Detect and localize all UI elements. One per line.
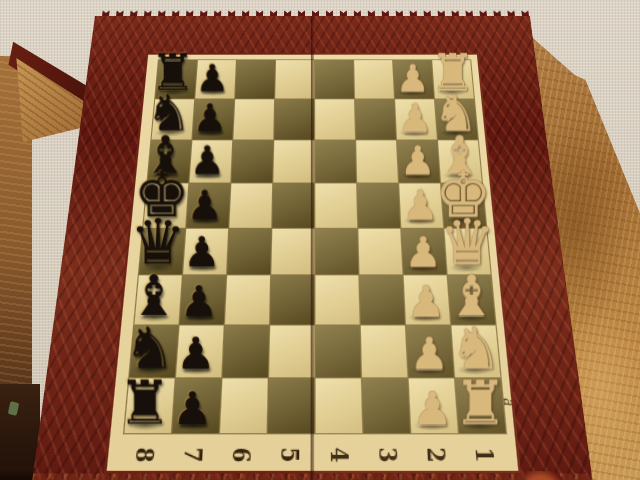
- black-pawn-glyph: ♟: [193, 100, 228, 136]
- piece-black-pawn-f7[interactable]: ♟: [186, 138, 230, 181]
- white-pawn-glyph: ♟: [398, 100, 433, 136]
- piece-white-pawn-f2[interactable]: ♟: [395, 138, 439, 181]
- piece-black-pawn-b7[interactable]: ♟: [173, 323, 222, 376]
- piece-black-rook-a8[interactable]: ♜: [121, 376, 173, 432]
- black-pawn-glyph: ♟: [190, 142, 226, 178]
- piece-white-pawn-b2[interactable]: ♟: [403, 323, 452, 376]
- piece-white-rook-a1[interactable]: ♜: [452, 376, 504, 432]
- white-rook-glyph: ♜: [453, 374, 507, 429]
- piece-black-pawn-c7[interactable]: ♟: [176, 273, 224, 323]
- black-pawn-glyph: ♟: [180, 282, 218, 321]
- piece-black-pawn-e7[interactable]: ♟: [183, 181, 228, 226]
- pieces-layer: ♜♟♟♜♞♟♟♞♝♟♟♝♚♟♟♚♛♟♟♛♝♟♟♝♞♟♟♞♜♟♟♜: [104, 53, 521, 473]
- white-pawn-glyph: ♟: [409, 333, 448, 373]
- piece-white-pawn-g2[interactable]: ♟: [393, 97, 436, 138]
- black-rook-glyph: ♜: [118, 374, 172, 429]
- piece-white-pawn-h2[interactable]: ♟: [391, 58, 433, 97]
- white-pawn-glyph: ♟: [404, 233, 441, 271]
- piece-white-pawn-a2[interactable]: ♟: [406, 376, 456, 432]
- white-pawn-glyph: ♟: [402, 187, 438, 224]
- piece-white-pawn-d2[interactable]: ♟: [399, 226, 445, 273]
- white-pawn-glyph: ♟: [412, 388, 453, 430]
- black-pawn-glyph: ♟: [172, 388, 213, 430]
- piece-black-pawn-a7[interactable]: ♟: [169, 376, 219, 432]
- white-pawn-glyph: ♟: [407, 282, 445, 321]
- piece-white-pawn-c2[interactable]: ♟: [401, 273, 449, 323]
- white-pawn-glyph: ♟: [395, 60, 429, 95]
- piece-black-pawn-h7[interactable]: ♟: [192, 58, 234, 97]
- white-pawn-glyph: ♟: [400, 142, 436, 178]
- black-pawn-glyph: ♟: [183, 233, 220, 271]
- piece-black-pawn-g7[interactable]: ♟: [189, 97, 232, 138]
- piece-white-pawn-e2[interactable]: ♟: [397, 181, 442, 226]
- black-pawn-glyph: ♟: [187, 187, 223, 224]
- chess-box: 87654321 a ♜♟♟♜♞♟♟♞♝♟♟♝♚♟♟♚♛♟♟♛♝♟♟♝♞♟♟♞♜…: [23, 16, 602, 480]
- black-pawn-glyph: ♟: [176, 333, 215, 373]
- black-pawn-glyph: ♟: [196, 60, 230, 95]
- piece-black-pawn-d7[interactable]: ♟: [180, 226, 226, 273]
- carved-frame-serrated-edge: [95, 8, 530, 16]
